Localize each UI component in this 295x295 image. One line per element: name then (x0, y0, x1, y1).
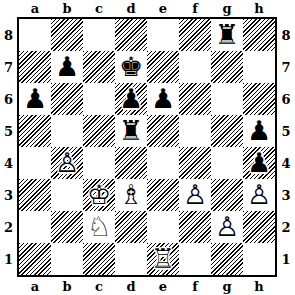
piece-black-pawn: ♟ (55, 51, 79, 83)
square-d3[interactable]: ♗ (115, 179, 147, 211)
piece-black-pawn: ♟ (23, 83, 47, 115)
rank-labels-right: 87654321 (277, 19, 295, 275)
rank-labels-left: 87654321 (0, 19, 17, 275)
piece-black-pawn: ♟ (247, 147, 271, 179)
file-label-bottom-d: d (115, 277, 147, 295)
rank-label-left-8: 8 (0, 19, 17, 51)
square-g1[interactable] (211, 243, 243, 275)
file-label-top-d: d (115, 0, 147, 17)
square-f3[interactable]: ♙ (179, 179, 211, 211)
rank-label-left-1: 1 (0, 243, 17, 275)
square-h2[interactable] (243, 211, 275, 243)
square-f5[interactable] (179, 115, 211, 147)
file-label-bottom-b: b (51, 277, 83, 295)
rank-label-left-5: 5 (0, 115, 17, 147)
square-c8[interactable] (83, 19, 115, 51)
square-f2[interactable] (179, 211, 211, 243)
file-label-bottom-h: h (243, 277, 275, 295)
square-d8[interactable] (115, 19, 147, 51)
square-g5[interactable] (211, 115, 243, 147)
square-f8[interactable] (179, 19, 211, 51)
square-a1[interactable] (19, 243, 51, 275)
square-b5[interactable] (51, 115, 83, 147)
file-label-top-c: c (83, 0, 115, 17)
file-label-bottom-f: f (179, 277, 211, 295)
square-h5[interactable]: ♟ (243, 115, 275, 147)
file-labels-bottom: abcdefgh (19, 277, 275, 295)
piece-black-pawn: ♟ (119, 83, 143, 115)
file-label-top-g: g (211, 0, 243, 17)
rank-label-right-6: 6 (277, 83, 295, 115)
rank-label-right-4: 4 (277, 147, 295, 179)
piece-black-pawn: ♟ (151, 83, 175, 115)
piece-white-pawn: ♙ (247, 179, 271, 211)
square-b4[interactable]: ♙ (51, 147, 83, 179)
square-a2[interactable] (19, 211, 51, 243)
square-e8[interactable] (147, 19, 179, 51)
square-g3[interactable] (211, 179, 243, 211)
square-f6[interactable] (179, 83, 211, 115)
piece-white-pawn: ♙ (215, 211, 239, 243)
rank-label-right-5: 5 (277, 115, 295, 147)
square-f1[interactable] (179, 243, 211, 275)
piece-black-pawn: ♟ (247, 115, 271, 147)
square-b3[interactable] (51, 179, 83, 211)
piece-white-knight: ♘ (87, 211, 111, 243)
rank-label-left-7: 7 (0, 51, 17, 83)
piece-white-pawn: ♙ (183, 179, 207, 211)
square-e4[interactable] (147, 147, 179, 179)
square-c2[interactable]: ♘ (83, 211, 115, 243)
square-a4[interactable] (19, 147, 51, 179)
square-c5[interactable] (83, 115, 115, 147)
square-f4[interactable] (179, 147, 211, 179)
rank-label-left-3: 3 (0, 179, 17, 211)
chess-board: ♜♟♚♟♟♟♜♟♙♟♔♗♙♙♘♙♖ (17, 17, 277, 277)
square-g8[interactable]: ♜ (211, 19, 243, 51)
square-a3[interactable] (19, 179, 51, 211)
square-e6[interactable]: ♟ (147, 83, 179, 115)
square-e5[interactable] (147, 115, 179, 147)
rank-label-right-1: 1 (277, 243, 295, 275)
square-a8[interactable] (19, 19, 51, 51)
rank-label-left-4: 4 (0, 147, 17, 179)
square-c4[interactable] (83, 147, 115, 179)
piece-black-king: ♚ (119, 51, 143, 83)
square-c6[interactable] (83, 83, 115, 115)
square-d4[interactable] (115, 147, 147, 179)
square-h3[interactable]: ♙ (243, 179, 275, 211)
square-h6[interactable] (243, 83, 275, 115)
square-b6[interactable] (51, 83, 83, 115)
chess-diagram: abcdefgh 87654321 ♜♟♚♟♟♟♜♟♙♟♔♗♙♙♘♙♖ 8765… (0, 0, 295, 295)
piece-black-rook: ♜ (119, 115, 143, 147)
square-h1[interactable] (243, 243, 275, 275)
square-e3[interactable] (147, 179, 179, 211)
file-label-top-b: b (51, 0, 83, 17)
file-label-top-e: e (147, 0, 179, 17)
square-e2[interactable] (147, 211, 179, 243)
square-g4[interactable] (211, 147, 243, 179)
file-label-top-h: h (243, 0, 275, 17)
piece-white-king: ♔ (87, 179, 111, 211)
rank-label-right-7: 7 (277, 51, 295, 83)
square-b2[interactable] (51, 211, 83, 243)
square-d5[interactable]: ♜ (115, 115, 147, 147)
square-h8[interactable] (243, 19, 275, 51)
file-label-top-a: a (19, 0, 51, 17)
square-h4[interactable]: ♟ (243, 147, 275, 179)
square-h7[interactable] (243, 51, 275, 83)
file-label-bottom-g: g (211, 277, 243, 295)
square-c1[interactable] (83, 243, 115, 275)
rank-label-right-3: 3 (277, 179, 295, 211)
file-label-bottom-c: c (83, 277, 115, 295)
piece-white-rook: ♖ (151, 243, 175, 275)
file-label-bottom-a: a (19, 277, 51, 295)
square-b1[interactable] (51, 243, 83, 275)
square-g2[interactable]: ♙ (211, 211, 243, 243)
file-label-top-f: f (179, 0, 211, 17)
file-labels-top: abcdefgh (19, 0, 275, 17)
square-e7[interactable] (147, 51, 179, 83)
rank-label-right-2: 2 (277, 211, 295, 243)
square-b8[interactable] (51, 19, 83, 51)
rank-label-left-2: 2 (0, 211, 17, 243)
square-a6[interactable]: ♟ (19, 83, 51, 115)
square-a7[interactable] (19, 51, 51, 83)
square-g7[interactable] (211, 51, 243, 83)
rank-label-right-8: 8 (277, 19, 295, 51)
piece-black-rook: ♜ (215, 19, 239, 51)
square-b7[interactable]: ♟ (51, 51, 83, 83)
square-e1[interactable]: ♖ (147, 243, 179, 275)
square-c7[interactable] (83, 51, 115, 83)
square-f7[interactable] (179, 51, 211, 83)
square-d2[interactable] (115, 211, 147, 243)
rank-label-left-6: 6 (0, 83, 17, 115)
square-a5[interactable] (19, 115, 51, 147)
square-d1[interactable] (115, 243, 147, 275)
file-label-bottom-e: e (147, 277, 179, 295)
square-d6[interactable]: ♟ (115, 83, 147, 115)
square-d7[interactable]: ♚ (115, 51, 147, 83)
square-c3[interactable]: ♔ (83, 179, 115, 211)
piece-white-pawn: ♙ (55, 147, 79, 179)
piece-white-bishop: ♗ (119, 179, 143, 211)
square-g6[interactable] (211, 83, 243, 115)
